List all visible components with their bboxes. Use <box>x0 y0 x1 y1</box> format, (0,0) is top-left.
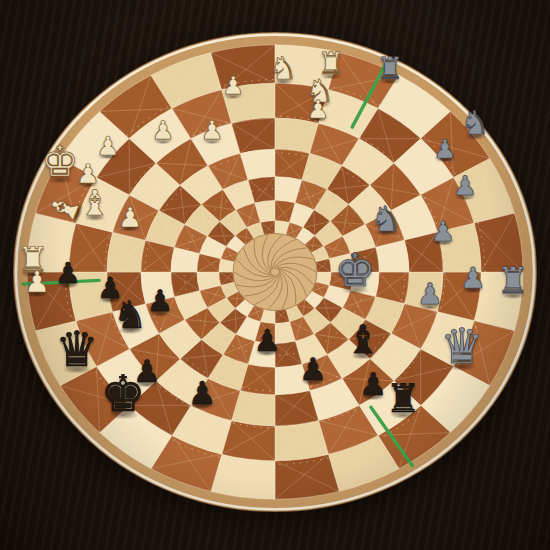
black-pawn[interactable]: ♟ <box>299 354 327 385</box>
gray-knight[interactable]: ♞ <box>460 107 489 140</box>
black-knight[interactable]: ♞ <box>113 296 147 334</box>
black-pawn[interactable]: ♟ <box>253 326 280 356</box>
gray-king[interactable]: ♚ <box>334 248 375 294</box>
gray-pawn[interactable]: ♟ <box>453 173 477 200</box>
table-background: ♚♜♜♞♞♝♝♟♟♟♟♟♟♟♟♚♛♜♜♞♞♟♟♟♟♟♚♛♜♝♞♟♟♟♟♟♟♟♟ <box>0 0 550 550</box>
gray-pawn[interactable]: ♟ <box>417 280 443 309</box>
black-pawn[interactable]: ♟ <box>188 378 216 410</box>
pieces-layer: ♚♜♜♞♞♝♝♟♟♟♟♟♟♟♟♚♛♜♜♞♞♟♟♟♟♟♚♛♜♝♞♟♟♟♟♟♟♟♟ <box>0 0 550 550</box>
black-pawn[interactable]: ♟ <box>147 287 173 317</box>
gray-pawn[interactable]: ♟ <box>433 136 456 162</box>
white-knight[interactable]: ♞ <box>269 53 297 84</box>
black-queen[interactable]: ♛ <box>55 325 99 374</box>
white-pawn[interactable]: ♟ <box>151 118 174 144</box>
white-pawn[interactable]: ♟ <box>222 74 244 99</box>
black-rook[interactable]: ♜ <box>385 379 420 418</box>
gray-queen[interactable]: ♛ <box>440 322 484 371</box>
white-pawn[interactable]: ♟ <box>24 268 50 297</box>
gray-rook[interactable]: ♜ <box>497 263 529 299</box>
white-king[interactable]: ♚ <box>41 141 79 183</box>
white-pawn[interactable]: ♟ <box>96 133 119 159</box>
gray-pawn[interactable]: ♟ <box>430 218 455 246</box>
white-bishop[interactable]: ♝ <box>79 186 110 221</box>
black-bishop[interactable]: ♝ <box>346 321 381 360</box>
white-pawn[interactable]: ♟ <box>200 118 223 144</box>
circular-chess-board[interactable]: ♚♜♜♞♞♝♝♟♟♟♟♟♟♟♟♚♛♜♜♞♞♟♟♟♟♟♚♛♜♝♞♟♟♟♟♟♟♟♟ <box>0 0 550 550</box>
white-pawn[interactable]: ♟ <box>118 204 143 232</box>
black-king[interactable]: ♚ <box>101 369 146 419</box>
black-pawn[interactable]: ♟ <box>359 369 387 400</box>
gray-knight[interactable]: ♞ <box>370 201 402 236</box>
gray-pawn[interactable]: ♟ <box>460 264 486 293</box>
black-pawn[interactable]: ♟ <box>55 259 81 288</box>
gray-rook[interactable]: ♜ <box>376 54 403 84</box>
white-pawn[interactable]: ♟ <box>307 97 330 122</box>
